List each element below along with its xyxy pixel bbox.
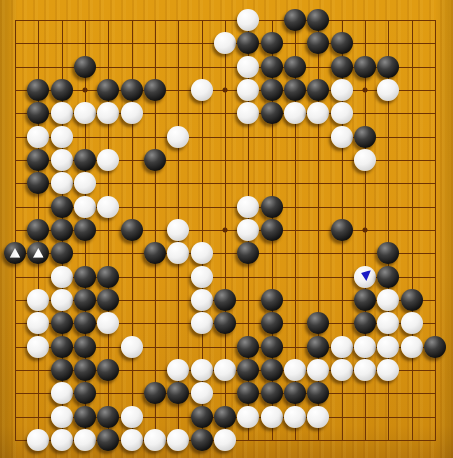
black-stone[interactable] (74, 312, 96, 334)
black-stone[interactable] (27, 149, 49, 171)
white-stone[interactable] (167, 219, 189, 241)
white-stone[interactable] (214, 359, 236, 381)
white-stone[interactable] (121, 406, 143, 428)
grid-line-v (412, 20, 413, 441)
black-stone[interactable] (97, 429, 119, 451)
black-stone[interactable] (74, 359, 96, 381)
black-stone[interactable] (307, 32, 329, 54)
black-stone[interactable] (307, 336, 329, 358)
white-stone[interactable] (307, 406, 329, 428)
black-stone[interactable] (51, 336, 73, 358)
white-stone[interactable] (331, 102, 353, 124)
white-stone[interactable] (51, 289, 73, 311)
white-stone[interactable] (237, 219, 259, 241)
white-stone[interactable] (284, 406, 306, 428)
white-stone[interactable] (307, 359, 329, 381)
white-stone[interactable] (51, 266, 73, 288)
white-stone[interactable] (377, 312, 399, 334)
black-stone[interactable] (354, 56, 376, 78)
white-stone[interactable] (214, 429, 236, 451)
black-stone[interactable] (354, 126, 376, 148)
white-stone[interactable] (74, 102, 96, 124)
black-stone[interactable] (51, 79, 73, 101)
white-stone[interactable] (167, 429, 189, 451)
black-stone[interactable] (331, 219, 353, 241)
white-stone[interactable] (144, 429, 166, 451)
white-stone[interactable] (261, 406, 283, 428)
black-stone[interactable] (237, 336, 259, 358)
black-stone[interactable] (167, 382, 189, 404)
white-stone[interactable] (97, 102, 119, 124)
black-stone[interactable] (144, 79, 166, 101)
black-stone[interactable] (284, 56, 306, 78)
black-stone[interactable] (144, 242, 166, 264)
black-stone[interactable] (74, 406, 96, 428)
white-stone[interactable] (51, 102, 73, 124)
white-stone[interactable] (27, 289, 49, 311)
white-stone[interactable] (354, 359, 376, 381)
white-stone[interactable] (307, 102, 329, 124)
black-stone[interactable] (144, 149, 166, 171)
white-stone[interactable] (331, 126, 353, 148)
white-stone[interactable] (51, 429, 73, 451)
black-stone[interactable] (74, 219, 96, 241)
black-stone[interactable] (284, 9, 306, 31)
black-stone[interactable] (191, 429, 213, 451)
white-stone[interactable] (51, 382, 73, 404)
black-stone[interactable] (214, 312, 236, 334)
black-stone[interactable] (307, 382, 329, 404)
black-stone[interactable] (237, 242, 259, 264)
black-stone[interactable] (97, 79, 119, 101)
white-stone[interactable] (27, 429, 49, 451)
black-stone[interactable] (354, 312, 376, 334)
black-stone[interactable] (354, 289, 376, 311)
black-stone[interactable] (51, 219, 73, 241)
black-stone[interactable] (74, 149, 96, 171)
white-stone[interactable] (74, 172, 96, 194)
black-stone[interactable] (74, 382, 96, 404)
go-board[interactable] (0, 0, 453, 458)
black-stone[interactable] (51, 196, 73, 218)
black-stone[interactable] (121, 219, 143, 241)
white-stone[interactable] (191, 289, 213, 311)
white-stone[interactable] (97, 312, 119, 334)
star-point (222, 227, 227, 232)
white-stone[interactable] (377, 336, 399, 358)
black-stone[interactable] (27, 172, 49, 194)
grid-line-v (435, 20, 436, 441)
white-stone[interactable] (167, 359, 189, 381)
white-stone[interactable] (97, 149, 119, 171)
black-stone[interactable] (191, 406, 213, 428)
white-stone[interactable] (237, 79, 259, 101)
white-stone[interactable] (27, 312, 49, 334)
white-stone[interactable] (237, 56, 259, 78)
black-stone[interactable] (261, 359, 283, 381)
black-stone[interactable] (237, 359, 259, 381)
white-stone[interactable] (377, 79, 399, 101)
white-stone[interactable] (51, 406, 73, 428)
black-stone[interactable] (424, 336, 446, 358)
star-point (362, 87, 367, 92)
white-stone[interactable] (237, 196, 259, 218)
white-stone[interactable] (191, 359, 213, 381)
black-stone[interactable] (284, 79, 306, 101)
black-stone[interactable] (121, 79, 143, 101)
white-stone[interactable] (191, 266, 213, 288)
white-stone[interactable] (97, 196, 119, 218)
white-stone[interactable] (191, 79, 213, 101)
white-stone[interactable] (331, 79, 353, 101)
black-stone[interactable] (307, 312, 329, 334)
grid-line-h (15, 253, 436, 254)
black-stone[interactable] (377, 266, 399, 288)
black-stone[interactable] (97, 359, 119, 381)
black-stone[interactable] (261, 196, 283, 218)
white-stone[interactable] (237, 102, 259, 124)
black-stone[interactable] (261, 382, 283, 404)
white-stone[interactable] (284, 102, 306, 124)
white-stone[interactable] (191, 312, 213, 334)
black-stone[interactable] (74, 266, 96, 288)
white-stone[interactable] (74, 429, 96, 451)
black-stone[interactable] (51, 359, 73, 381)
white-stone[interactable] (51, 149, 73, 171)
white-stone[interactable] (354, 336, 376, 358)
black-stone[interactable] (261, 102, 283, 124)
white-stone[interactable] (167, 242, 189, 264)
black-stone[interactable] (27, 219, 49, 241)
black-stone[interactable] (144, 382, 166, 404)
black-stone[interactable] (261, 289, 283, 311)
black-stone[interactable] (97, 266, 119, 288)
white-stone[interactable] (377, 289, 399, 311)
black-stone[interactable] (237, 382, 259, 404)
black-stone[interactable] (307, 79, 329, 101)
black-stone[interactable] (331, 56, 353, 78)
white-stone[interactable] (214, 32, 236, 54)
white-stone[interactable] (121, 336, 143, 358)
black-stone[interactable] (261, 56, 283, 78)
white-stone[interactable] (377, 359, 399, 381)
black-stone[interactable] (261, 336, 283, 358)
black-stone[interactable] (331, 32, 353, 54)
black-stone[interactable] (377, 242, 399, 264)
black-stone[interactable] (74, 336, 96, 358)
star-point (82, 87, 87, 92)
white-stone[interactable] (191, 242, 213, 264)
white-stone[interactable] (27, 126, 49, 148)
white-stone[interactable] (121, 429, 143, 451)
white-stone[interactable] (51, 172, 73, 194)
white-stone[interactable] (167, 126, 189, 148)
white-stone[interactable] (284, 359, 306, 381)
black-stone[interactable] (74, 56, 96, 78)
white-stone[interactable] (237, 406, 259, 428)
black-stone[interactable] (51, 242, 73, 264)
black-stone[interactable] (214, 406, 236, 428)
black-stone[interactable] (377, 56, 399, 78)
black-stone[interactable] (27, 102, 49, 124)
white-stone[interactable] (331, 336, 353, 358)
black-stone[interactable] (214, 289, 236, 311)
star-point (362, 227, 367, 232)
white-stone[interactable] (27, 336, 49, 358)
white-stone[interactable] (401, 336, 423, 358)
black-stone[interactable] (284, 382, 306, 404)
black-stone[interactable] (261, 32, 283, 54)
black-stone[interactable] (97, 289, 119, 311)
black-stone[interactable] (97, 406, 119, 428)
black-stone[interactable] (27, 79, 49, 101)
white-stone[interactable] (121, 102, 143, 124)
white-stone[interactable] (51, 126, 73, 148)
white-stone[interactable] (237, 9, 259, 31)
white-stone[interactable] (191, 382, 213, 404)
white-stone[interactable] (331, 359, 353, 381)
white-stone[interactable] (354, 149, 376, 171)
black-stone[interactable] (237, 32, 259, 54)
black-stone[interactable] (261, 219, 283, 241)
white-stone[interactable] (401, 312, 423, 334)
black-stone[interactable] (51, 312, 73, 334)
black-stone[interactable] (401, 289, 423, 311)
black-stone[interactable] (307, 9, 329, 31)
white-stone[interactable] (74, 196, 96, 218)
black-stone[interactable] (261, 312, 283, 334)
star-point (222, 87, 227, 92)
black-stone[interactable] (261, 79, 283, 101)
black-stone[interactable] (74, 289, 96, 311)
